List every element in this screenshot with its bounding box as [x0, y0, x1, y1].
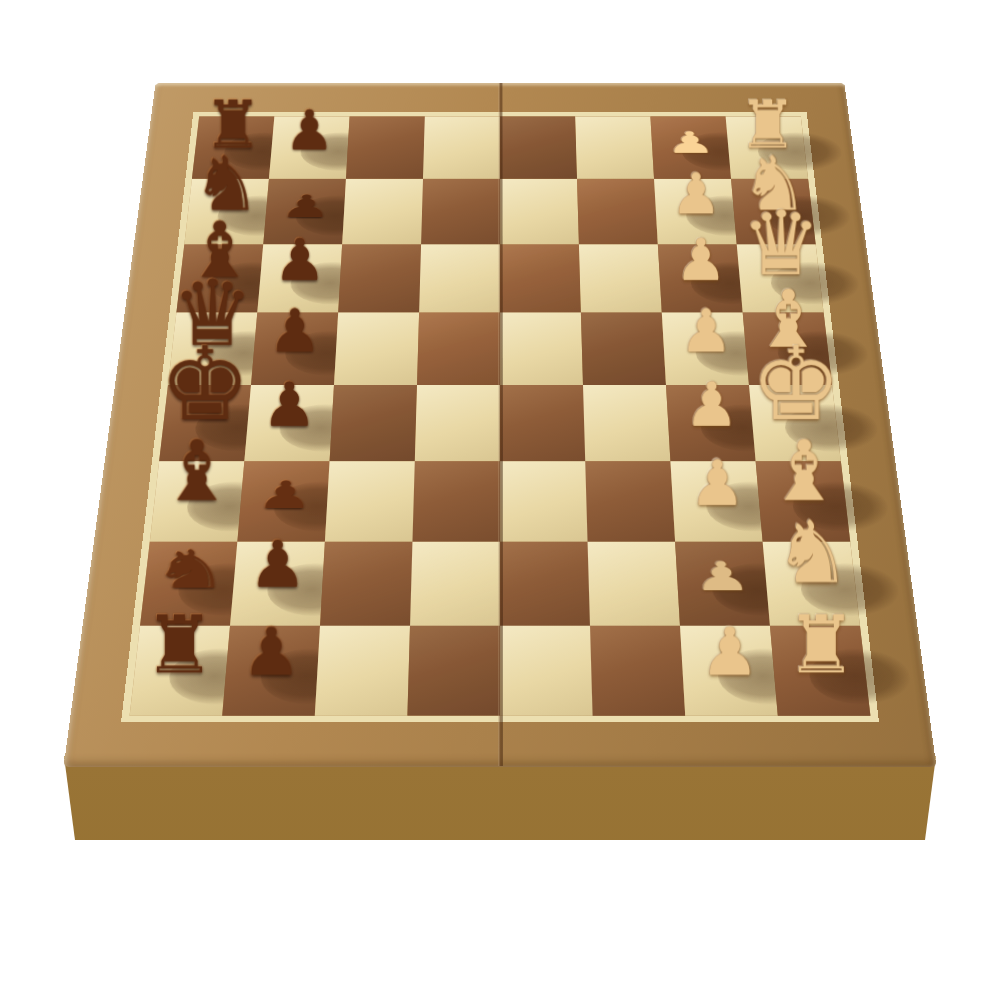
piece-dark-pawn[interactable]: ♟	[241, 618, 300, 684]
square-r3c5[interactable]	[500, 244, 581, 313]
square-r8c4[interactable]	[407, 626, 500, 716]
square-r3c6[interactable]	[579, 244, 662, 313]
square-r3c3[interactable]	[338, 244, 421, 313]
photo-background: ♜♟♟♜♞♟♟♞♝♟♟♛♛♟♟♝♚♟♟♚♝♟♟♝♞♟♟♞♜♟♟♜	[0, 0, 1000, 1000]
piece-light-pawn[interactable]: ♟	[684, 374, 739, 435]
piece-light-bishop[interactable]: ♝	[766, 430, 841, 514]
piece-dark-pawn[interactable]: ♟	[279, 191, 332, 222]
square-r8c1[interactable]: ♜	[130, 626, 230, 716]
square-r6c3[interactable]	[325, 461, 415, 541]
piece-dark-pawn[interactable]: ♟	[273, 231, 325, 289]
piece-dark-pawn[interactable]: ♟	[262, 374, 317, 435]
piece-light-pawn[interactable]: ♟	[664, 128, 715, 157]
square-r8c2[interactable]: ♟	[222, 626, 320, 716]
square-r4c5[interactable]	[500, 313, 583, 385]
square-r8c6[interactable]	[590, 626, 685, 716]
piece-dark-pawn[interactable]: ♟	[248, 532, 306, 596]
square-r7c3[interactable]	[320, 541, 412, 626]
square-r2c3[interactable]	[342, 179, 423, 244]
board-fold-seam	[498, 83, 504, 767]
square-r5c3[interactable]	[330, 385, 417, 461]
chess-board: ♜♟♟♜♞♟♟♞♝♟♟♛♛♟♟♝♚♟♟♚♝♟♟♝♞♟♟♞♜♟♟♜	[64, 83, 937, 767]
square-r8c8[interactable]: ♜	[770, 626, 870, 716]
square-r5c6[interactable]	[583, 385, 670, 461]
piece-light-pawn[interactable]: ♟	[689, 451, 745, 514]
square-r6c7[interactable]: ♟	[670, 461, 762, 541]
square-r4c3[interactable]	[334, 313, 419, 385]
piece-dark-pawn[interactable]: ♟	[255, 476, 314, 514]
square-r2c4[interactable]	[421, 179, 500, 244]
piece-dark-rook[interactable]: ♜	[143, 605, 214, 685]
piece-dark-bishop[interactable]: ♝	[159, 430, 234, 514]
square-r1c2[interactable]: ♟	[269, 116, 350, 178]
piece-light-king[interactable]: ♚	[750, 333, 841, 435]
square-r7c4[interactable]	[410, 541, 500, 626]
square-r8c7[interactable]: ♟	[680, 626, 778, 716]
square-r8c3[interactable]	[315, 626, 410, 716]
square-r6c1[interactable]: ♝	[150, 461, 245, 541]
piece-light-rook[interactable]: ♜	[785, 605, 856, 685]
square-r4c4[interactable]	[417, 313, 500, 385]
piece-light-pawn[interactable]: ♟	[670, 165, 721, 222]
square-r2c5[interactable]	[500, 179, 579, 244]
square-r4c6[interactable]	[581, 313, 666, 385]
square-r1c5[interactable]	[500, 116, 577, 178]
square-r1c6[interactable]	[575, 116, 654, 178]
perspective-scene: ♜♟♟♜♞♟♟♞♝♟♟♛♛♟♟♝♚♟♟♚♝♟♟♝♞♟♟♞♜♟♟♜	[0, 0, 1000, 1000]
square-r8c5[interactable]	[500, 626, 593, 716]
square-r5c5[interactable]	[500, 385, 585, 461]
square-r7c6[interactable]	[588, 541, 680, 626]
square-r3c4[interactable]	[419, 244, 500, 313]
square-r5c2[interactable]: ♟	[244, 385, 334, 461]
piece-light-pawn[interactable]: ♟	[700, 618, 759, 684]
square-r6c5[interactable]	[500, 461, 588, 541]
piece-light-pawn[interactable]: ♟	[679, 301, 732, 360]
square-r1c3[interactable]	[346, 116, 425, 178]
piece-dark-pawn[interactable]: ♟	[268, 301, 321, 360]
square-r6c4[interactable]	[412, 461, 500, 541]
piece-dark-knight[interactable]: ♞	[149, 544, 231, 597]
piece-light-pawn[interactable]: ♟	[691, 557, 751, 597]
piece-light-knight[interactable]: ♞	[773, 511, 850, 597]
piece-light-pawn[interactable]: ♟	[675, 231, 727, 289]
piece-dark-pawn[interactable]: ♟	[284, 102, 334, 157]
square-r6c6[interactable]	[585, 461, 675, 541]
piece-dark-king[interactable]: ♚	[159, 333, 250, 435]
square-r1c4[interactable]	[423, 116, 500, 178]
square-r7c5[interactable]	[500, 541, 590, 626]
square-r5c4[interactable]	[415, 385, 500, 461]
square-r2c6[interactable]	[577, 179, 658, 244]
